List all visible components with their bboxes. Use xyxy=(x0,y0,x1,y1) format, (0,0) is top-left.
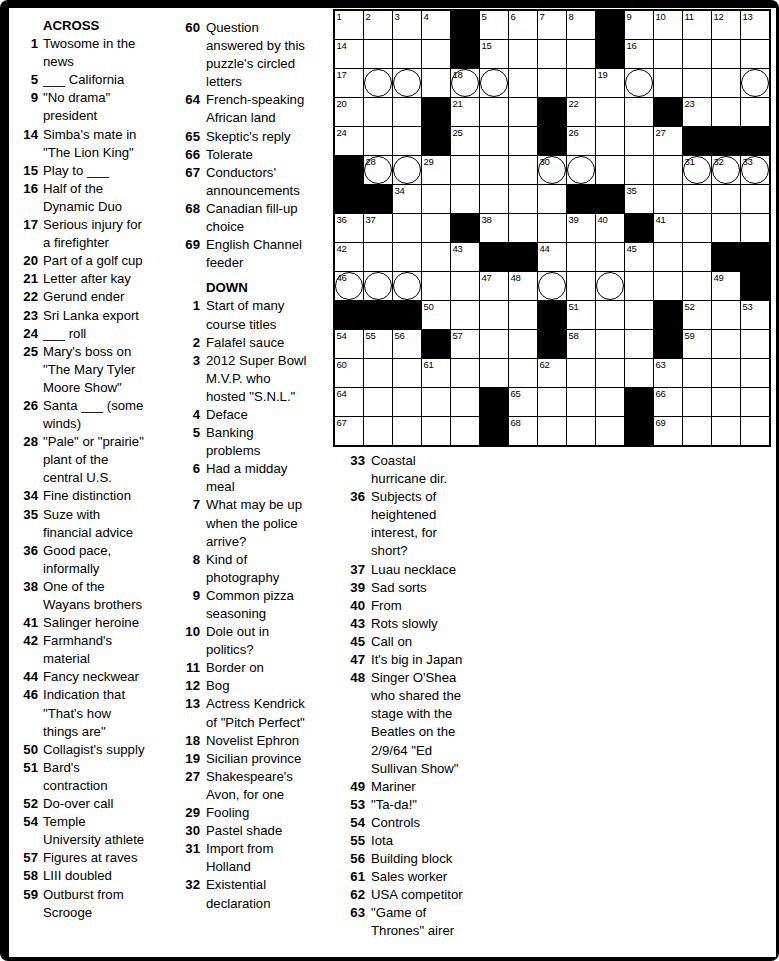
grid-cell[interactable] xyxy=(364,243,392,271)
grid-cell[interactable] xyxy=(509,330,537,358)
grid-cell[interactable]: 5 xyxy=(480,11,508,39)
grid-cell[interactable]: 15 xyxy=(480,40,508,68)
circle-marker xyxy=(364,69,392,97)
grid-cell[interactable]: 47 xyxy=(480,272,508,300)
grid-cell[interactable] xyxy=(654,243,682,271)
grid-cell[interactable]: 25 xyxy=(451,127,479,155)
grid-cell[interactable] xyxy=(683,214,711,242)
cell-number: 21 xyxy=(453,99,463,109)
grid-cell[interactable]: 53 xyxy=(741,301,769,329)
grid-cell[interactable] xyxy=(625,127,653,155)
clue-number: 57 xyxy=(14,849,38,867)
grid-cell[interactable] xyxy=(538,69,566,97)
grid-cell[interactable]: 3 xyxy=(393,11,421,39)
grid-cell[interactable] xyxy=(596,127,624,155)
across-header: ACROSS xyxy=(43,17,167,35)
grid-cell[interactable] xyxy=(393,388,421,416)
grid-cell-black xyxy=(625,417,653,445)
grid-cell[interactable] xyxy=(567,156,595,184)
cell-number: 15 xyxy=(482,41,492,51)
grid-cell[interactable]: 43 xyxy=(451,243,479,271)
cell-number: 8 xyxy=(569,12,574,22)
cell-number: 27 xyxy=(656,128,666,138)
grid-cell[interactable]: 63 xyxy=(654,359,682,387)
cell-number: 54 xyxy=(337,331,347,341)
grid-cell[interactable] xyxy=(683,243,711,271)
grid-cell[interactable]: 18 xyxy=(451,69,479,97)
grid-cell[interactable] xyxy=(509,156,537,184)
grid-cell[interactable]: 46 xyxy=(335,272,363,300)
clue-number: 54 xyxy=(341,814,365,832)
grid-cell-black xyxy=(364,301,392,329)
clue-text: Building block xyxy=(371,850,511,868)
grid-cell[interactable]: 29 xyxy=(422,156,450,184)
grid-cell[interactable] xyxy=(567,359,595,387)
grid-cell[interactable]: 64 xyxy=(335,388,363,416)
grid-cell[interactable]: 56 xyxy=(393,330,421,358)
grid-cell[interactable] xyxy=(741,214,769,242)
grid-cell[interactable] xyxy=(364,388,392,416)
clue-down-18: 18Novelist Ephron xyxy=(176,732,332,750)
grid-cell[interactable] xyxy=(364,417,392,445)
grid-cell[interactable] xyxy=(509,69,537,97)
grid-cell[interactable]: 39 xyxy=(567,214,595,242)
clue-across-16: 16Half of the Dynamic Duo xyxy=(14,180,167,216)
grid-cell[interactable]: 37 xyxy=(364,214,392,242)
clue-text: Sales worker xyxy=(371,868,511,886)
grid-cell[interactable] xyxy=(422,243,450,271)
grid-cell[interactable]: 23 xyxy=(683,98,711,126)
grid-cell[interactable] xyxy=(741,330,769,358)
grid-cell[interactable] xyxy=(596,301,624,329)
cell-number: 60 xyxy=(337,360,347,370)
clue-down-31: 31Import from Holland xyxy=(176,840,332,876)
grid-cell[interactable] xyxy=(625,301,653,329)
grid-cell[interactable] xyxy=(393,417,421,445)
grid-cell[interactable]: 57 xyxy=(451,330,479,358)
clue-text: One of the Wayans brothers xyxy=(43,578,167,614)
cell-number: 45 xyxy=(627,244,637,254)
grid-cell[interactable] xyxy=(393,156,421,184)
grid-cell[interactable] xyxy=(741,388,769,416)
grid-cell[interactable] xyxy=(538,388,566,416)
grid-cell[interactable] xyxy=(364,127,392,155)
grid-cell[interactable]: 68 xyxy=(509,417,537,445)
clue-text: Santa ___ (some winds) xyxy=(43,397,167,433)
grid-cell[interactable] xyxy=(422,272,450,300)
grid-cell[interactable] xyxy=(364,359,392,387)
grid-cell[interactable] xyxy=(538,185,566,213)
grid-cell[interactable] xyxy=(364,272,392,300)
grid-cell[interactable] xyxy=(567,272,595,300)
grid-cell[interactable] xyxy=(712,214,740,242)
grid-cell[interactable] xyxy=(596,417,624,445)
grid-cell[interactable]: 32 xyxy=(712,156,740,184)
clue-number: 9 xyxy=(14,89,38,107)
grid-cell[interactable] xyxy=(480,330,508,358)
grid-cell[interactable]: 26 xyxy=(567,127,595,155)
clue-across-9: 9"No drama" president xyxy=(14,89,167,125)
grid-cell[interactable] xyxy=(422,214,450,242)
clue-text: Sad sorts xyxy=(371,579,511,597)
clue-text: ___ roll xyxy=(43,325,167,343)
grid-cell[interactable] xyxy=(712,185,740,213)
grid-cell[interactable] xyxy=(451,156,479,184)
grid-cell[interactable] xyxy=(422,69,450,97)
clue-across-59: 59Outburst from Scrooge xyxy=(14,886,167,922)
grid-cell[interactable] xyxy=(683,359,711,387)
grid-cell[interactable] xyxy=(596,359,624,387)
grid-cell[interactable]: 10 xyxy=(654,11,682,39)
cell-number: 32 xyxy=(714,157,724,167)
grid-cell[interactable]: 21 xyxy=(451,98,479,126)
clue-number: 14 xyxy=(14,126,38,144)
grid-cell[interactable] xyxy=(451,301,479,329)
grid-cell[interactable] xyxy=(451,272,479,300)
grid-cell[interactable] xyxy=(712,388,740,416)
grid-cell[interactable]: 38 xyxy=(480,214,508,242)
grid-cell[interactable]: 61 xyxy=(422,359,450,387)
cell-number: 35 xyxy=(627,186,637,196)
grid-cell[interactable] xyxy=(451,388,479,416)
grid-cell[interactable]: 60 xyxy=(335,359,363,387)
clue-text: Kind of photography xyxy=(206,551,332,587)
clue-text: Import from Holland xyxy=(206,840,332,876)
clue-down-61: 61Sales worker xyxy=(341,868,511,886)
grid-cell[interactable] xyxy=(422,417,450,445)
grid-cell[interactable] xyxy=(509,98,537,126)
down-clues-column: 33Coastal hurricane dir.36Subjects of he… xyxy=(341,452,511,941)
clue-number: 56 xyxy=(341,850,365,868)
clue-number: 4 xyxy=(176,406,200,424)
clue-text: Conductors' announcements xyxy=(206,164,332,200)
grid-cell[interactable] xyxy=(683,40,711,68)
grid-cell[interactable]: 4 xyxy=(422,11,450,39)
cell-number: 62 xyxy=(540,360,550,370)
grid-cell[interactable] xyxy=(596,388,624,416)
cell-number: 46 xyxy=(337,273,347,283)
clue-number: 9 xyxy=(176,587,200,605)
crossword-page: ACROSS1Twosome in the news5___ Californi… xyxy=(0,0,779,961)
grid-cell[interactable] xyxy=(596,272,624,300)
cell-number: 28 xyxy=(366,157,376,167)
grid-cell[interactable] xyxy=(509,127,537,155)
grid-cell[interactable]: 54 xyxy=(335,330,363,358)
grid-cell[interactable]: 8 xyxy=(567,11,595,39)
grid-cell[interactable] xyxy=(625,69,653,97)
grid-cell-black xyxy=(654,98,682,126)
grid-cell[interactable] xyxy=(567,40,595,68)
clue-text: Gerund ender xyxy=(43,288,167,306)
cell-number: 23 xyxy=(685,99,695,109)
grid-cell[interactable]: 19 xyxy=(596,69,624,97)
clue-across-69: 69English Channel feeder xyxy=(176,236,332,272)
clue-number: 11 xyxy=(176,659,200,677)
circle-marker xyxy=(393,69,421,97)
grid-cell[interactable] xyxy=(712,69,740,97)
grid-cell[interactable]: 24 xyxy=(335,127,363,155)
grid-cell-black xyxy=(567,185,595,213)
clue-text: Existential declaration xyxy=(206,876,332,912)
grid-cell[interactable]: 45 xyxy=(625,243,653,271)
clue-across-54: 54Temple University athlete xyxy=(14,813,167,849)
clue-text: Simba's mate in "The Lion King" xyxy=(43,126,167,162)
down-header: DOWN xyxy=(206,279,332,297)
grid-cell-black xyxy=(451,40,479,68)
clue-down-8: 8Kind of photography xyxy=(176,551,332,587)
grid-cell[interactable] xyxy=(712,40,740,68)
clue-down-54: 54Controls xyxy=(341,814,511,832)
grid-cell[interactable] xyxy=(393,127,421,155)
grid-cell[interactable] xyxy=(509,40,537,68)
grid-cell-black xyxy=(625,214,653,242)
grid-cell[interactable] xyxy=(393,272,421,300)
grid-cell[interactable] xyxy=(654,156,682,184)
grid-cell[interactable]: 6 xyxy=(509,11,537,39)
clue-down-1: 1Start of many course titles xyxy=(176,297,332,333)
grid-cell[interactable] xyxy=(393,40,421,68)
grid-cell[interactable]: 22 xyxy=(567,98,595,126)
cell-number: 18 xyxy=(453,70,463,80)
grid-cell[interactable] xyxy=(712,359,740,387)
grid-cell[interactable] xyxy=(422,388,450,416)
grid-cell[interactable] xyxy=(596,156,624,184)
circle-marker xyxy=(625,69,653,97)
grid-cell[interactable] xyxy=(509,301,537,329)
grid-cell[interactable] xyxy=(480,359,508,387)
grid-cell[interactable]: 11 xyxy=(683,11,711,39)
clue-across-67: 67Conductors' announcements xyxy=(176,164,332,200)
clue-text: Singer O'Shea who shared the stage with … xyxy=(371,669,511,778)
clue-text: Bard's contraction xyxy=(43,759,167,795)
grid-cell[interactable] xyxy=(625,330,653,358)
cell-number: 33 xyxy=(743,157,753,167)
grid-cell-black xyxy=(509,243,537,271)
clue-number: 45 xyxy=(341,633,365,651)
grid-cell[interactable]: 1 xyxy=(335,11,363,39)
clue-across-41: 41Salinger heroine xyxy=(14,614,167,632)
grid-cell[interactable]: 69 xyxy=(654,417,682,445)
grid-cell[interactable] xyxy=(451,185,479,213)
grid-cell[interactable] xyxy=(683,185,711,213)
grid-cell[interactable] xyxy=(596,243,624,271)
grid-cell[interactable]: 42 xyxy=(335,243,363,271)
grid-cell[interactable] xyxy=(625,359,653,387)
grid-cell[interactable] xyxy=(741,98,769,126)
clue-text: Collagist's supply xyxy=(43,741,167,759)
grid-cell[interactable] xyxy=(625,272,653,300)
grid-cell-black xyxy=(335,156,363,184)
grid-cell[interactable]: 65 xyxy=(509,388,537,416)
cell-number: 25 xyxy=(453,128,463,138)
clue-text: Start of many course titles xyxy=(206,297,332,333)
grid-cell[interactable] xyxy=(741,69,769,97)
clue-number: 25 xyxy=(14,343,38,361)
grid-cell[interactable] xyxy=(712,301,740,329)
cell-number: 36 xyxy=(337,215,347,225)
grid-cell-black xyxy=(538,98,566,126)
grid-cell[interactable]: 20 xyxy=(335,98,363,126)
grid-cell[interactable]: 59 xyxy=(683,330,711,358)
grid-cell[interactable] xyxy=(625,98,653,126)
grid-cell[interactable]: 9 xyxy=(625,11,653,39)
clue-number: 44 xyxy=(14,668,38,686)
grid-cell[interactable] xyxy=(538,40,566,68)
grid-cell[interactable] xyxy=(538,272,566,300)
grid-cell[interactable] xyxy=(654,272,682,300)
grid-cell[interactable]: 36 xyxy=(335,214,363,242)
grid-cell[interactable] xyxy=(422,40,450,68)
grid-cell[interactable]: 52 xyxy=(683,301,711,329)
clue-across-24: 24___ roll xyxy=(14,325,167,343)
grid-cell[interactable] xyxy=(509,185,537,213)
grid-cell[interactable] xyxy=(567,69,595,97)
grid-cell[interactable] xyxy=(364,69,392,97)
grid-cell[interactable]: 55 xyxy=(364,330,392,358)
grid-cell[interactable]: 7 xyxy=(538,11,566,39)
cell-number: 44 xyxy=(540,244,550,254)
grid-cell[interactable] xyxy=(364,40,392,68)
cell-number: 12 xyxy=(714,12,724,22)
grid-cell[interactable] xyxy=(683,272,711,300)
cell-number: 34 xyxy=(395,186,405,196)
grid-cell[interactable] xyxy=(393,243,421,271)
grid-cell[interactable]: 33 xyxy=(741,156,769,184)
grid-cell[interactable] xyxy=(480,98,508,126)
clue-text: Shakespeare's Avon, for one xyxy=(206,768,332,804)
clue-text: Controls xyxy=(371,814,511,832)
grid-cell[interactable]: 28 xyxy=(364,156,392,184)
cell-number: 11 xyxy=(685,12,694,22)
clue-across-66: 66Tolerate xyxy=(176,146,332,164)
grid-cell[interactable]: 35 xyxy=(625,185,653,213)
grid-cell[interactable]: 62 xyxy=(538,359,566,387)
grid-cell[interactable] xyxy=(393,69,421,97)
grid-cell[interactable]: 31 xyxy=(683,156,711,184)
grid-cell[interactable] xyxy=(480,185,508,213)
grid-cell[interactable] xyxy=(683,388,711,416)
cell-number: 51 xyxy=(569,302,579,312)
grid-cell[interactable] xyxy=(480,127,508,155)
grid-cell[interactable]: 13 xyxy=(741,11,769,39)
grid-cell[interactable] xyxy=(741,359,769,387)
grid-cell[interactable] xyxy=(364,98,392,126)
grid-cell[interactable]: 41 xyxy=(654,214,682,242)
grid-cell[interactable] xyxy=(422,185,450,213)
clue-down-40: 40From xyxy=(341,597,511,615)
grid-cell[interactable] xyxy=(538,214,566,242)
grid-cell[interactable] xyxy=(393,98,421,126)
grid-cell[interactable]: 66 xyxy=(654,388,682,416)
clue-number: 60 xyxy=(176,19,200,37)
grid-cell[interactable] xyxy=(654,69,682,97)
grid-cell[interactable] xyxy=(741,40,769,68)
grid-cell[interactable]: 34 xyxy=(393,185,421,213)
grid-cell[interactable]: 49 xyxy=(712,272,740,300)
grid-cell[interactable] xyxy=(567,417,595,445)
grid-cell[interactable] xyxy=(567,388,595,416)
grid-cell[interactable]: 12 xyxy=(712,11,740,39)
grid-cell[interactable] xyxy=(596,98,624,126)
grid-cell[interactable]: 44 xyxy=(538,243,566,271)
grid-cell[interactable] xyxy=(451,417,479,445)
clue-down-55: 55Iota xyxy=(341,832,511,850)
grid-cell[interactable] xyxy=(625,156,653,184)
grid-cell[interactable] xyxy=(538,417,566,445)
grid-cell[interactable] xyxy=(741,417,769,445)
grid-cell[interactable] xyxy=(654,40,682,68)
grid-cell[interactable] xyxy=(480,69,508,97)
grid-cell[interactable] xyxy=(741,185,769,213)
grid-cell[interactable] xyxy=(393,359,421,387)
cell-number: 1 xyxy=(337,12,342,22)
clue-down-45: 45Call on xyxy=(341,633,511,651)
grid-cell[interactable]: 17 xyxy=(335,69,363,97)
grid-cell[interactable]: 50 xyxy=(422,301,450,329)
clue-text: "Pale" or "prairie" plant of the central… xyxy=(43,433,167,487)
grid-cell[interactable]: 40 xyxy=(596,214,624,242)
grid-cell[interactable] xyxy=(712,330,740,358)
grid-cell-black xyxy=(451,214,479,242)
clue-across-44: 44Fancy neckwear xyxy=(14,668,167,686)
cell-number: 26 xyxy=(569,128,579,138)
clue-number: 67 xyxy=(176,164,200,182)
grid-cell[interactable] xyxy=(683,69,711,97)
grid-cell[interactable] xyxy=(393,214,421,242)
grid-cell[interactable] xyxy=(480,301,508,329)
grid-cell[interactable] xyxy=(712,417,740,445)
grid-cell[interactable] xyxy=(683,417,711,445)
clue-across-35: 35Suze with financial advice xyxy=(14,506,167,542)
grid-cell[interactable]: 2 xyxy=(364,11,392,39)
clue-number: 55 xyxy=(341,832,365,850)
clue-number: 2 xyxy=(176,334,200,352)
grid-cell[interactable] xyxy=(451,359,479,387)
grid-cell[interactable]: 67 xyxy=(335,417,363,445)
clue-number: 32 xyxy=(176,876,200,894)
grid-cell-black xyxy=(596,40,624,68)
cell-number: 2 xyxy=(366,12,371,22)
grid-cell[interactable]: 16 xyxy=(625,40,653,68)
grid-cell[interactable] xyxy=(567,243,595,271)
clue-down-37: 37Luau necklace xyxy=(341,561,511,579)
grid-cell[interactable] xyxy=(509,214,537,242)
grid-cell[interactable]: 27 xyxy=(654,127,682,155)
grid-cell[interactable] xyxy=(596,330,624,358)
clue-number: 42 xyxy=(14,632,38,650)
cell-number: 24 xyxy=(337,128,347,138)
grid-cell-black xyxy=(335,185,363,213)
clue-across-38: 38One of the Wayans brothers xyxy=(14,578,167,614)
clue-across-51: 51Bard's contraction xyxy=(14,759,167,795)
clue-down-47: 47It's big in Japan xyxy=(341,651,511,669)
clue-text: Call on xyxy=(371,633,511,651)
clue-down-36: 36Subjects of heightened interest, for s… xyxy=(341,488,511,560)
grid-cell[interactable]: 14 xyxy=(335,40,363,68)
grid-cell[interactable]: 48 xyxy=(509,272,537,300)
grid-cell[interactable] xyxy=(654,185,682,213)
grid-cell[interactable]: 51 xyxy=(567,301,595,329)
grid-cell[interactable] xyxy=(509,359,537,387)
clue-number: 52 xyxy=(14,795,38,813)
grid-cell[interactable]: 30 xyxy=(538,156,566,184)
cell-number: 49 xyxy=(714,273,724,283)
grid-cell[interactable]: 58 xyxy=(567,330,595,358)
grid-cell-black xyxy=(451,11,479,39)
grid-cell[interactable] xyxy=(480,156,508,184)
clue-number: 3 xyxy=(176,352,200,370)
grid-cell[interactable] xyxy=(712,98,740,126)
